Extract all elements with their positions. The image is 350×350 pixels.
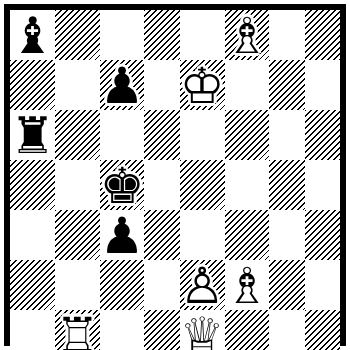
square-c7[interactable]: ♟ [100,60,145,110]
square-a2[interactable] [10,310,55,350]
square-h6[interactable] [305,110,340,160]
square-b7[interactable] [55,60,100,110]
square-h5[interactable] [305,160,340,210]
square-f5[interactable] [225,160,270,210]
piece-white-bishop[interactable]: ♗ [225,11,270,61]
square-d2[interactable] [144,310,179,350]
square-e8[interactable] [180,10,225,60]
square-g3[interactable] [269,260,304,310]
board-frame: ♝♗♟♔♜♚♟♙♗♖♕ [4,4,346,346]
square-f8[interactable]: ♗ [225,10,270,60]
square-c4[interactable]: ♟ [100,210,145,260]
square-c3[interactable] [100,260,145,310]
square-b2[interactable]: ♖ [55,310,100,350]
square-b8[interactable] [55,10,100,60]
piece-black-pawn[interactable]: ♟ [100,211,145,261]
square-d5[interactable] [144,160,179,210]
piece-black-rook[interactable]: ♜ [10,111,55,161]
square-f3[interactable]: ♗ [225,260,270,310]
square-a4[interactable] [10,210,55,260]
piece-white-queen[interactable]: ♕ [180,311,225,350]
square-b4[interactable] [55,210,100,260]
square-e2[interactable]: ♕ [180,310,225,350]
piece-white-pawn[interactable]: ♙ [180,261,225,311]
square-b6[interactable] [55,110,100,160]
square-g5[interactable] [269,160,304,210]
square-a6[interactable]: ♜ [10,110,55,160]
square-c8[interactable] [100,10,145,60]
square-h4[interactable] [305,210,340,260]
piece-black-pawn[interactable]: ♟ [100,61,145,111]
square-a8[interactable]: ♝ [10,10,55,60]
square-d3[interactable] [144,260,179,310]
square-h3[interactable] [305,260,340,310]
square-h7[interactable] [305,60,340,110]
square-c5[interactable]: ♚ [100,160,145,210]
square-d4[interactable] [144,210,179,260]
square-d6[interactable] [144,110,179,160]
square-f6[interactable] [225,110,270,160]
square-c6[interactable] [100,110,145,160]
square-b5[interactable] [55,160,100,210]
square-e7[interactable]: ♔ [180,60,225,110]
piece-white-rook[interactable]: ♖ [55,311,100,350]
square-h2[interactable] [305,310,340,350]
square-c2[interactable] [100,310,145,350]
square-h8[interactable] [305,10,340,60]
chessboard: ♝♗♟♔♜♚♟♙♗♖♕ [10,10,340,340]
piece-black-bishop[interactable]: ♝ [10,11,55,61]
square-g2[interactable] [269,310,304,350]
square-a7[interactable] [10,60,55,110]
square-e6[interactable] [180,110,225,160]
square-a5[interactable] [10,160,55,210]
square-f7[interactable] [225,60,270,110]
square-a3[interactable] [10,260,55,310]
square-d7[interactable] [144,60,179,110]
square-g7[interactable] [269,60,304,110]
square-f2[interactable] [225,310,270,350]
square-e5[interactable] [180,160,225,210]
square-e3[interactable]: ♙ [180,260,225,310]
piece-white-bishop[interactable]: ♗ [225,261,270,311]
square-g4[interactable] [269,210,304,260]
piece-black-king[interactable]: ♚ [100,161,145,211]
square-b3[interactable] [55,260,100,310]
square-d8[interactable] [144,10,179,60]
piece-white-king[interactable]: ♔ [180,61,225,111]
square-g8[interactable] [269,10,304,60]
square-f4[interactable] [225,210,270,260]
square-e4[interactable] [180,210,225,260]
square-g6[interactable] [269,110,304,160]
